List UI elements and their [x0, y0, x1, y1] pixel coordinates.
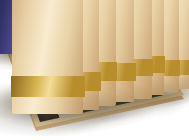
chess-set-photo: [0, 0, 189, 140]
